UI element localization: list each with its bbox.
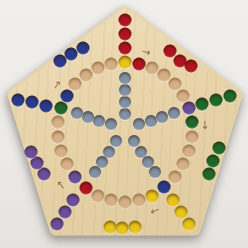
hole-spoke-gray-5[interactable] — [133, 118, 145, 130]
hole-spoke-gray-8[interactable] — [168, 107, 180, 119]
hole-home-purple-3[interactable] — [51, 218, 64, 231]
hole-track-green-2[interactable] — [55, 102, 68, 115]
hole-home-yellow-2[interactable] — [175, 206, 188, 219]
hole-track-tan-6[interactable] — [183, 145, 196, 158]
hole-spoke-gray-19[interactable] — [82, 111, 94, 123]
hole-spoke-gray-18[interactable] — [93, 115, 105, 127]
hole-track-tan-12[interactable] — [92, 190, 105, 203]
hole-home-yellow-1[interactable] — [167, 194, 180, 207]
hole-track-purple-1[interactable] — [183, 102, 196, 115]
hole-home-blue-2[interactable] — [26, 96, 39, 109]
hole-track-green-1[interactable] — [186, 116, 199, 129]
hole-spoke-gray-9[interactable] — [128, 135, 140, 147]
hole-start-blue-2[interactable] — [65, 48, 78, 61]
hole-spoke-gray-3[interactable] — [119, 84, 131, 96]
hole-home-green-3[interactable] — [224, 90, 237, 103]
hole-start-purple-2[interactable] — [31, 157, 44, 170]
hole-home-green-1[interactable] — [196, 98, 209, 111]
hole-track-tan-19[interactable] — [92, 62, 105, 75]
hole-spoke-gray-13[interactable] — [110, 135, 122, 147]
hole-spoke-gray-4[interactable] — [119, 72, 131, 84]
hole-track-tan-9[interactable] — [133, 194, 146, 207]
hole-spoke-gray-2[interactable] — [119, 96, 131, 108]
hole-home-blue-3[interactable] — [12, 94, 25, 107]
hole-home-red-2[interactable] — [119, 28, 132, 41]
hole-start-green-1[interactable] — [213, 142, 226, 155]
hole-track-yellow-2[interactable] — [146, 190, 159, 203]
hole-track-red-1[interactable] — [133, 58, 146, 71]
hole-start-yellow-2[interactable] — [116, 222, 129, 235]
hole-start-yellow-1[interactable] — [129, 221, 142, 234]
hole-start-green-2[interactable] — [207, 155, 220, 168]
hole-start-blue-3[interactable] — [77, 42, 90, 55]
hole-start-yellow-3[interactable] — [104, 221, 117, 234]
hole-track-yellow-1[interactable] — [119, 56, 132, 69]
hole-spoke-gray-16[interactable] — [89, 166, 101, 178]
hole-home-red-1[interactable] — [119, 42, 132, 55]
hole-track-tan-11[interactable] — [105, 194, 118, 207]
hole-track-purple-2[interactable] — [69, 171, 82, 184]
hole-home-green-2[interactable] — [210, 94, 223, 107]
hole-start-purple-3[interactable] — [25, 146, 38, 159]
hole-track-tan-15[interactable] — [52, 131, 65, 144]
hole-track-blue-1[interactable] — [158, 181, 171, 194]
hole-spoke-gray-1[interactable] — [119, 108, 131, 120]
hole-track-tan-8[interactable] — [169, 171, 182, 184]
hole-track-tan-13[interactable] — [61, 158, 74, 171]
hole-track-tan-17[interactable] — [69, 78, 82, 91]
hole-track-tan-5[interactable] — [186, 131, 199, 144]
hole-home-red-3[interactable] — [119, 14, 132, 27]
hole-home-purple-2[interactable] — [59, 206, 72, 219]
hole-start-red-3[interactable] — [185, 60, 198, 73]
hole-track-tan-7[interactable] — [177, 158, 190, 171]
hole-track-tan-1[interactable] — [146, 62, 159, 75]
hole-track-tan-18[interactable] — [80, 69, 93, 82]
hole-spoke-gray-12[interactable] — [149, 166, 161, 178]
hole-spoke-gray-7[interactable] — [156, 111, 168, 123]
hole-track-tan-10[interactable] — [119, 196, 132, 209]
hole-start-green-3[interactable] — [203, 168, 216, 181]
hole-home-blue-1[interactable] — [40, 100, 53, 113]
photo-background: →→→→→ — [0, 0, 248, 248]
hole-track-red-2[interactable] — [80, 182, 93, 195]
hole-home-purple-1[interactable] — [67, 194, 80, 207]
hole-home-yellow-3[interactable] — [183, 218, 196, 231]
hole-start-purple-1[interactable] — [38, 168, 51, 181]
hole-track-tan-14[interactable] — [55, 145, 68, 158]
hole-track-blue-2[interactable] — [61, 90, 74, 103]
hole-track-tan-3[interactable] — [169, 78, 182, 91]
hole-track-tan-20[interactable] — [105, 58, 118, 71]
hole-spoke-gray-17[interactable] — [105, 118, 117, 130]
hole-spoke-gray-20[interactable] — [71, 107, 83, 119]
hole-track-tan-16[interactable] — [52, 116, 65, 129]
